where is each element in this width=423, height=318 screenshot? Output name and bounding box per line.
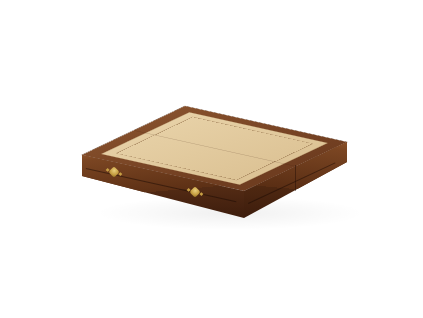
box-fold-seam <box>295 165 296 191</box>
chess-set-product-photo <box>0 0 423 318</box>
